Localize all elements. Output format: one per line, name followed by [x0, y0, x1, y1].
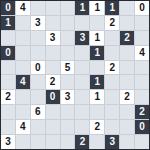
cell-r8c2[interactable]	[31, 120, 45, 134]
cell-r8c3[interactable]	[46, 120, 60, 134]
cell-r0c3[interactable]	[46, 1, 60, 15]
cell-r9c2[interactable]	[31, 135, 45, 149]
cell-r0c8[interactable]	[120, 1, 134, 15]
cell-r7c5[interactable]	[75, 105, 89, 119]
cell-r9c9[interactable]	[135, 135, 149, 149]
cell-r2c6[interactable]: 1	[90, 31, 104, 45]
cell-r9c1[interactable]	[16, 135, 30, 149]
cell-r3c1[interactable]	[16, 46, 30, 60]
cell-r4c7[interactable]: 2	[105, 61, 119, 75]
cell-r1c6[interactable]	[90, 16, 104, 30]
cell-r9c4[interactable]	[61, 135, 75, 149]
cell-r1c3[interactable]	[46, 16, 60, 30]
cell-r2c2[interactable]	[31, 31, 45, 45]
cell-r6c3[interactable]: 0	[46, 90, 60, 104]
cell-r8c0[interactable]	[1, 120, 15, 134]
cell-r1c0[interactable]: 1	[1, 16, 15, 30]
cell-r4c6[interactable]	[90, 61, 104, 75]
cell-r6c0[interactable]: 2	[1, 90, 15, 104]
cell-r5c6[interactable]: 1	[90, 75, 104, 89]
cell-r8c5[interactable]	[75, 120, 89, 134]
cell-r8c8[interactable]	[120, 120, 134, 134]
cell-r5c3[interactable]: 2	[46, 75, 60, 89]
cell-r0c5[interactable]: 1	[75, 1, 89, 15]
cell-r3c9[interactable]: 4	[135, 46, 149, 60]
cell-r4c5[interactable]	[75, 61, 89, 75]
cell-r7c2[interactable]: 6	[31, 105, 45, 119]
cell-r3c4[interactable]	[61, 46, 75, 60]
cell-r6c2[interactable]	[31, 90, 45, 104]
cell-r0c9[interactable]: 0	[135, 1, 149, 15]
cell-r3c2[interactable]	[31, 46, 45, 60]
cell-r6c9[interactable]	[135, 90, 149, 104]
cell-r4c4[interactable]: 5	[61, 61, 75, 75]
cell-r0c0[interactable]: 0	[1, 1, 15, 15]
cell-r5c8[interactable]	[120, 75, 134, 89]
cell-r0c6[interactable]: 1	[90, 1, 104, 15]
cell-r5c4[interactable]	[61, 75, 75, 89]
cell-r5c2[interactable]	[31, 75, 45, 89]
cell-r4c3[interactable]	[46, 61, 60, 75]
cell-r0c1[interactable]: 4	[16, 1, 30, 15]
cell-r8c4[interactable]	[61, 120, 75, 134]
cell-r4c2[interactable]: 0	[31, 61, 45, 75]
cell-r1c4[interactable]	[61, 16, 75, 30]
cell-r1c2[interactable]: 3	[31, 16, 45, 30]
cell-r6c7[interactable]	[105, 90, 119, 104]
cell-r2c7[interactable]	[105, 31, 119, 45]
cell-r1c7[interactable]: 2	[105, 16, 119, 30]
cell-r9c8[interactable]	[120, 135, 134, 149]
cell-r9c5[interactable]: 2	[75, 135, 89, 149]
cell-r5c1[interactable]: 4	[16, 75, 30, 89]
cell-r0c4[interactable]	[61, 1, 75, 15]
cell-r8c6[interactable]: 2	[90, 120, 104, 134]
cell-r6c6[interactable]: 1	[90, 90, 104, 104]
cell-r2c9[interactable]	[135, 31, 149, 45]
cell-r3c7[interactable]	[105, 46, 119, 60]
cell-r2c3[interactable]: 3	[46, 31, 60, 45]
cell-r6c4[interactable]: 3	[61, 90, 75, 104]
cell-r7c3[interactable]	[46, 105, 60, 119]
cell-r3c3[interactable]	[46, 46, 60, 60]
cell-r9c3[interactable]	[46, 135, 60, 149]
cell-r8c1[interactable]: 4	[16, 120, 30, 134]
cell-r6c8[interactable]: 2	[120, 90, 134, 104]
cell-r5c0[interactable]	[1, 75, 15, 89]
cell-r9c6[interactable]	[90, 135, 104, 149]
cell-r1c9[interactable]	[135, 16, 149, 30]
cell-r6c5[interactable]	[75, 90, 89, 104]
cell-r3c6[interactable]: 1	[90, 46, 104, 60]
cell-r4c0[interactable]	[1, 61, 15, 75]
cell-r6c1[interactable]	[16, 90, 30, 104]
cell-r2c1[interactable]	[16, 31, 30, 45]
cell-r9c7[interactable]: 3	[105, 135, 119, 149]
cell-r8c9[interactable]: 0	[135, 120, 149, 134]
cell-r7c1[interactable]	[16, 105, 30, 119]
cell-r4c8[interactable]	[120, 61, 134, 75]
cell-r2c5[interactable]: 3	[75, 31, 89, 45]
cell-r1c8[interactable]	[120, 16, 134, 30]
cell-r3c0[interactable]: 0	[1, 46, 15, 60]
cell-r5c9[interactable]	[135, 75, 149, 89]
cell-r4c1[interactable]	[16, 61, 30, 75]
cell-r8c7[interactable]	[105, 120, 119, 134]
cell-r3c8[interactable]	[120, 46, 134, 60]
cell-r7c0[interactable]	[1, 105, 15, 119]
cell-r5c5[interactable]	[75, 75, 89, 89]
cell-r7c8[interactable]	[120, 105, 134, 119]
mosaic-board-frame: 04111013233120140524212031262420323	[0, 0, 150, 150]
cell-r0c2[interactable]	[31, 1, 45, 15]
cell-r4c9[interactable]	[135, 61, 149, 75]
cell-r2c4[interactable]	[61, 31, 75, 45]
cell-r3c5[interactable]	[75, 46, 89, 60]
cell-r7c4[interactable]	[61, 105, 75, 119]
cell-r7c6[interactable]	[90, 105, 104, 119]
cell-r9c0[interactable]: 3	[1, 135, 15, 149]
cell-r5c7[interactable]	[105, 75, 119, 89]
cell-r2c8[interactable]: 2	[120, 31, 134, 45]
cell-r7c7[interactable]	[105, 105, 119, 119]
cell-r7c9[interactable]: 2	[135, 105, 149, 119]
cell-r0c7[interactable]: 1	[105, 1, 119, 15]
cell-r2c0[interactable]	[1, 31, 15, 45]
mosaic-board: 04111013233120140524212031262420323	[1, 1, 149, 149]
cell-r1c5[interactable]	[75, 16, 89, 30]
cell-r1c1[interactable]	[16, 16, 30, 30]
